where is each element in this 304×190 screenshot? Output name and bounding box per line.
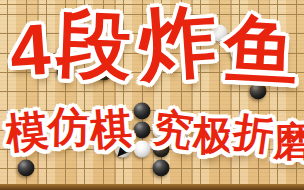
white-stone[interactable] (134, 141, 151, 158)
board-bottom-edge (0, 184, 304, 190)
overlay-char: 模 (4, 109, 50, 155)
subtitle-left-text: 模仿棋 (5, 108, 132, 154)
go-video-thumbnail: 4段炸鱼 模仿棋 究极折磨 (0, 0, 304, 190)
overlay-char: 极 (193, 115, 233, 157)
black-stone[interactable] (153, 160, 170, 177)
overlay-char: 炸 (136, 1, 220, 90)
overlay-char: 折 (230, 111, 276, 162)
overlay-char: 仿 (48, 106, 91, 153)
overlay-char: 4 (7, 13, 52, 90)
overlay-char: 究 (150, 107, 195, 158)
black-stone[interactable] (134, 121, 151, 138)
black-stone[interactable] (134, 102, 151, 119)
subtitle-right-text: 究极折磨 (152, 108, 304, 162)
overlay-char: 磨 (272, 121, 304, 162)
black-stone[interactable] (18, 160, 35, 177)
overlay-char: 鱼 (222, 12, 300, 90)
title-text: 4段炸鱼 (10, 4, 298, 88)
overlay-char: 棋 (89, 107, 134, 152)
overlay-char: 段 (56, 7, 133, 90)
